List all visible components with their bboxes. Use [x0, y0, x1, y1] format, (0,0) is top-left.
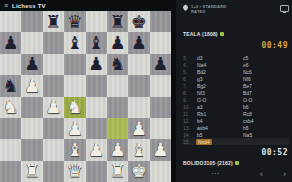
square-a8[interactable]: [0, 11, 21, 32]
move-number: 12.: [183, 118, 196, 124]
game-info-header: 1+0 • STANDARD RATED: [183, 4, 289, 16]
square-a4[interactable]: ♞: [0, 97, 21, 118]
square-e1[interactable]: [86, 161, 107, 182]
square-f7[interactable]: ♟: [107, 32, 128, 53]
piece-black-rook: ♜: [45, 13, 61, 31]
white-move[interactable]: g3: [196, 76, 242, 82]
square-f3[interactable]: [107, 118, 128, 139]
white-move[interactable]: Bg2: [196, 83, 242, 89]
chess-board: ♜♛♜♚♟♝♝♟♟♟♟♞♟♞♟♞♟♞♟♟♝♟♟♝♟♜♛♜♚: [0, 11, 171, 182]
square-f8[interactable]: ♜: [107, 11, 128, 32]
square-c6[interactable]: [43, 54, 64, 75]
square-a5[interactable]: ♞: [0, 75, 21, 96]
game-info-text: 1+0 • STANDARD RATED: [191, 4, 277, 16]
move-row: 5.Bd2Nc6: [183, 68, 289, 75]
piece-black-rook: ♜: [109, 13, 125, 31]
piece-white-knight: ♞: [3, 98, 19, 116]
square-g6[interactable]: [128, 54, 149, 75]
square-b1[interactable]: ♜: [21, 161, 42, 182]
more-options-icon[interactable]: ⋯: [211, 170, 220, 178]
square-d3[interactable]: ♟: [64, 118, 85, 139]
square-b2[interactable]: [21, 139, 42, 160]
black-move[interactable]: Na5: [242, 132, 289, 138]
move-row: 7.Bg2Be7: [183, 82, 289, 89]
white-move[interactable]: b4: [196, 118, 242, 124]
piece-white-pawn: ♟: [109, 141, 125, 159]
move-number: 5.: [183, 69, 196, 75]
square-c5[interactable]: [43, 75, 64, 96]
square-a3[interactable]: [0, 118, 21, 139]
piece-black-pawn: ♟: [88, 55, 104, 73]
black-move[interactable]: Nf6: [242, 76, 289, 82]
square-b7[interactable]: [21, 32, 42, 53]
white-move[interactable]: Na4: [196, 62, 242, 68]
square-g4[interactable]: [128, 97, 149, 118]
move-number: 11.: [183, 111, 196, 117]
move-number: 14.: [183, 132, 196, 138]
black-move[interactable]: c5: [242, 55, 289, 61]
square-b6[interactable]: ♟: [21, 54, 42, 75]
piece-white-bishop: ♝: [67, 141, 83, 159]
piece-black-pawn: ♟: [3, 34, 19, 52]
piece-white-pawn: ♟: [45, 98, 61, 116]
square-e2[interactable]: ♟: [86, 139, 107, 160]
player-top-flair-icon: [220, 32, 224, 36]
square-c3[interactable]: [43, 118, 64, 139]
piece-black-king: ♚: [131, 13, 147, 31]
piece-black-bishop: ♝: [67, 34, 83, 52]
white-move[interactable]: O-O: [196, 97, 242, 103]
player-top: TEALA (1808): [183, 30, 289, 37]
piece-white-king: ♚: [131, 162, 147, 180]
move-number: 15.: [183, 139, 196, 145]
piece-black-pawn: ♟: [24, 55, 40, 73]
square-b3[interactable]: [21, 118, 42, 139]
piece-black-pawn: ♟: [152, 55, 168, 73]
move-row: 15.Nxd4: [183, 138, 289, 145]
white-move[interactable]: Nxd4: [196, 139, 212, 145]
move-number: 10.: [183, 104, 196, 110]
top-bar: ≡ Lichess TV: [0, 0, 176, 11]
player-bottom-flair-icon: [235, 161, 239, 165]
black-move[interactable]: b6: [242, 104, 289, 110]
app-title: Lichess TV: [12, 3, 46, 9]
player-top-clock: 00:49: [183, 41, 289, 50]
black-move[interactable]: O-O: [242, 97, 289, 103]
black-move[interactable]: e6: [242, 62, 289, 68]
square-e5[interactable]: [86, 75, 107, 96]
side-panel: 1+0 • STANDARD RATED TEALA (1808) 00:49 …: [176, 0, 292, 182]
square-b5[interactable]: ♟: [21, 75, 42, 96]
square-f6[interactable]: ♞: [107, 54, 128, 75]
square-h3[interactable]: [150, 118, 171, 139]
move-row: 3.d3c5: [183, 54, 289, 61]
player-bottom-clock: 00:52: [183, 148, 289, 157]
square-e7[interactable]: ♝: [86, 32, 107, 53]
board-column: ≡ Lichess TV ♜♛♜♚♟♝♝♟♟♟♟♞♟♞♟♞♟♞♟♟♝♟♟♝♟♜♛…: [0, 0, 176, 182]
move-number: 3.: [183, 55, 196, 61]
square-c7[interactable]: [43, 32, 64, 53]
square-d1[interactable]: ♛: [64, 161, 85, 182]
move-row: 6.g3Nf6: [183, 75, 289, 82]
piece-white-pawn: ♟: [67, 120, 83, 138]
piece-black-pawn: ♟: [131, 34, 147, 52]
square-h5[interactable]: [150, 75, 171, 96]
move-number: 9.: [183, 97, 196, 103]
square-d8[interactable]: ♛: [64, 11, 85, 32]
move-number: 4.: [183, 62, 196, 68]
move-number: 6.: [183, 76, 196, 82]
rated-label: RATED: [191, 9, 277, 14]
hamburger-menu-icon[interactable]: ≡: [4, 2, 8, 9]
square-a1[interactable]: [0, 161, 21, 182]
square-e3[interactable]: [86, 118, 107, 139]
square-h1[interactable]: [150, 161, 171, 182]
move-number: 13.: [183, 125, 196, 131]
square-b4[interactable]: [21, 97, 42, 118]
white-move[interactable]: a3: [196, 104, 242, 110]
black-move[interactable]: h6: [242, 125, 289, 131]
white-move[interactable]: Bd2: [196, 69, 242, 75]
move-row: 11.Rb1Rc8: [183, 110, 289, 117]
piece-white-queen: ♛: [67, 162, 83, 180]
piece-black-bishop: ♝: [88, 34, 104, 52]
square-g7[interactable]: ♟: [128, 32, 149, 53]
square-f2[interactable]: ♟: [107, 139, 128, 160]
square-a2[interactable]: [0, 139, 21, 160]
square-h8[interactable]: [150, 11, 171, 32]
piece-white-pawn: ♟: [88, 141, 104, 159]
piece-white-pawn: ♟: [131, 120, 147, 138]
move-row: 4.Na4e6: [183, 61, 289, 68]
square-f1[interactable]: ♜: [107, 161, 128, 182]
square-g2[interactable]: ♝: [128, 139, 149, 160]
white-move[interactable]: b5: [196, 132, 242, 138]
move-list: 3.d3c54.Na4e65.Bd2Nc66.g3Nf67.Bg2Be78.Nf…: [183, 54, 289, 145]
square-h2[interactable]: ♟: [150, 139, 171, 160]
black-move[interactable]: Be7: [242, 83, 289, 89]
square-g3[interactable]: ♟: [128, 118, 149, 139]
square-a7[interactable]: ♟: [0, 32, 21, 53]
square-c4[interactable]: ♟: [43, 97, 64, 118]
square-h4[interactable]: [150, 97, 171, 118]
piece-white-knight: ♞: [67, 98, 83, 116]
square-b8[interactable]: [21, 11, 42, 32]
piece-white-bishop: ♝: [131, 141, 147, 159]
black-move[interactable]: Nc6: [242, 69, 289, 75]
square-a6[interactable]: [0, 54, 21, 75]
square-f4[interactable]: [107, 97, 128, 118]
square-g1[interactable]: ♚: [128, 161, 149, 182]
bottom-toolbar: ⋯ ‹ ›: [183, 166, 289, 182]
move-number: 8.: [183, 90, 196, 96]
square-e4[interactable]: [86, 97, 107, 118]
white-move[interactable]: d3: [196, 55, 242, 61]
square-f5[interactable]: [107, 75, 128, 96]
piece-white-rook: ♜: [109, 162, 125, 180]
square-e6[interactable]: ♟: [86, 54, 107, 75]
white-move[interactable]: Nf3: [196, 90, 242, 96]
tv-icon[interactable]: [280, 5, 289, 12]
black-move[interactable]: cxb4: [242, 118, 289, 124]
piece-black-knight: ♞: [109, 55, 125, 73]
square-g8[interactable]: ♚: [128, 11, 149, 32]
piece-black-pawn: ♟: [109, 34, 125, 52]
piece-black-queen: ♛: [67, 13, 83, 31]
square-d2[interactable]: ♝: [64, 139, 85, 160]
square-d5[interactable]: [64, 75, 85, 96]
next-move-icon[interactable]: ›: [283, 170, 286, 179]
square-g5[interactable]: [128, 75, 149, 96]
piece-white-rook: ♜: [24, 162, 40, 180]
bullet-speed-icon: [182, 4, 189, 11]
square-c2[interactable]: [43, 139, 64, 160]
white-move[interactable]: axb4: [196, 125, 242, 131]
square-d7[interactable]: ♝: [64, 32, 85, 53]
black-move[interactable]: Bd7: [242, 90, 289, 96]
player-top-name[interactable]: TEALA (1808): [183, 31, 218, 37]
square-d4[interactable]: ♞: [64, 97, 85, 118]
move-number: 7.: [183, 83, 196, 89]
piece-black-knight: ♞: [3, 77, 19, 95]
move-row: 9.O-OO-O: [183, 96, 289, 103]
move-row: 14.b5Na5: [183, 131, 289, 138]
square-e8[interactable]: [86, 11, 107, 32]
piece-white-pawn: ♟: [24, 77, 40, 95]
square-h6[interactable]: ♟: [150, 54, 171, 75]
move-row: 12.b4cxb4: [183, 117, 289, 124]
move-row: 8.Nf3Bd7: [183, 89, 289, 96]
square-h7[interactable]: [150, 32, 171, 53]
square-d6[interactable]: [64, 54, 85, 75]
move-row: 10.a3b6: [183, 103, 289, 110]
black-move[interactable]: Rc8: [242, 111, 289, 117]
piece-white-pawn: ♟: [152, 141, 168, 159]
square-c8[interactable]: ♜: [43, 11, 64, 32]
square-c1[interactable]: [43, 161, 64, 182]
player-bottom: BOLIDO3105 (2162): [183, 159, 289, 166]
move-row: 13.axb4h6: [183, 124, 289, 131]
player-bottom-name[interactable]: BOLIDO3105 (2162): [183, 160, 233, 166]
white-move[interactable]: Rb1: [196, 111, 242, 117]
previous-move-icon[interactable]: ‹: [260, 170, 263, 179]
